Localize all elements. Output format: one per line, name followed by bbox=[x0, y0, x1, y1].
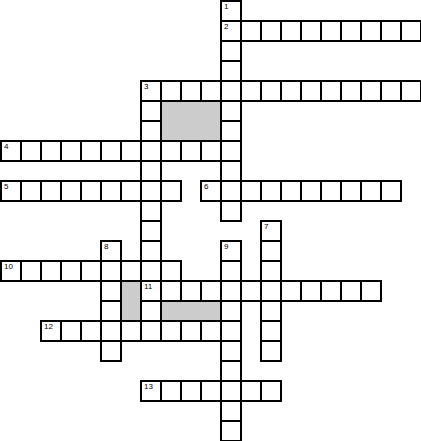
crossword-cell-r13-c2[interactable] bbox=[40, 260, 62, 282]
crossword-cell-r4-c11[interactable] bbox=[220, 80, 242, 102]
crossword-cell-r9-c19[interactable] bbox=[380, 180, 402, 202]
clue-number-10: 10 bbox=[4, 263, 13, 271]
clue-number-1: 1 bbox=[224, 3, 228, 11]
shaded-block-2 bbox=[120, 280, 142, 322]
crossword-cell-r1-c16[interactable] bbox=[320, 20, 342, 42]
crossword-cell-r21-c11[interactable] bbox=[220, 420, 242, 441]
crossword-cell-r4-c15[interactable] bbox=[300, 80, 322, 102]
crossword-cell-r13-c13[interactable] bbox=[260, 260, 282, 282]
crossword-cell-r9-c5[interactable] bbox=[100, 180, 122, 202]
crossword-cell-r6-c11[interactable] bbox=[220, 120, 242, 142]
crossword-cell-r19-c10[interactable] bbox=[200, 380, 222, 402]
crossword-cell-r1-c19[interactable] bbox=[380, 20, 402, 42]
crossword-cell-r14-c15[interactable] bbox=[300, 280, 322, 302]
crossword-cell-r7-c0[interactable]: 4 bbox=[0, 140, 22, 162]
crossword-cell-r14-c9[interactable] bbox=[180, 280, 202, 302]
crossword-cell-r14-c8[interactable] bbox=[160, 280, 182, 302]
crossword-cell-r13-c0[interactable]: 10 bbox=[0, 260, 22, 282]
crossword-cell-r9-c10[interactable]: 6 bbox=[200, 180, 222, 202]
clue-number-3: 3 bbox=[144, 83, 148, 91]
crossword-cell-r7-c7[interactable] bbox=[140, 140, 162, 162]
crossword-cell-r1-c18[interactable] bbox=[360, 20, 382, 42]
crossword-cell-r16-c11[interactable] bbox=[220, 320, 242, 342]
crossword-cell-r15-c7[interactable] bbox=[140, 300, 162, 322]
crossword-cell-r10-c11[interactable] bbox=[220, 200, 242, 222]
crossword-cell-r16-c5[interactable] bbox=[100, 320, 122, 342]
crossword-cell-r19-c13[interactable] bbox=[260, 380, 282, 402]
crossword-cell-r16-c13[interactable] bbox=[260, 320, 282, 342]
crossword-cell-r4-c18[interactable] bbox=[360, 80, 382, 102]
crossword-cell-r7-c1[interactable] bbox=[20, 140, 42, 162]
clue-number-13: 13 bbox=[144, 383, 153, 391]
crossword-cell-r13-c11[interactable] bbox=[220, 260, 242, 282]
crossword-cell-r4-c9[interactable] bbox=[180, 80, 202, 102]
crossword-cell-r1-c15[interactable] bbox=[300, 20, 322, 42]
clue-number-9: 9 bbox=[224, 243, 228, 251]
crossword-cell-r12-c11[interactable]: 9 bbox=[220, 240, 242, 262]
crossword-cell-r20-c11[interactable] bbox=[220, 400, 242, 422]
clue-number-12: 12 bbox=[44, 323, 53, 331]
crossword-cell-r16-c6[interactable] bbox=[120, 320, 142, 342]
crossword-cell-r14-c16[interactable] bbox=[320, 280, 342, 302]
crossword-cell-r1-c12[interactable] bbox=[240, 20, 262, 42]
crossword-cell-r1-c20[interactable] bbox=[400, 20, 421, 42]
crossword-cell-r14-c14[interactable] bbox=[280, 280, 302, 302]
clue-number-8: 8 bbox=[104, 243, 108, 251]
crossword-cell-r14-c10[interactable] bbox=[200, 280, 222, 302]
crossword-cell-r10-c7[interactable] bbox=[140, 200, 162, 222]
crossword-cell-r4-c14[interactable] bbox=[280, 80, 302, 102]
crossword-cell-r4-c7[interactable]: 3 bbox=[140, 80, 162, 102]
crossword-cell-r4-c16[interactable] bbox=[320, 80, 342, 102]
shaded-block-1 bbox=[160, 100, 222, 142]
crossword-cell-r11-c13[interactable]: 7 bbox=[260, 220, 282, 242]
crossword-cell-r9-c18[interactable] bbox=[360, 180, 382, 202]
clue-number-6: 6 bbox=[204, 183, 208, 191]
crossword-cell-r18-c11[interactable] bbox=[220, 360, 242, 382]
crossword-cell-r9-c7[interactable] bbox=[140, 180, 162, 202]
crossword-cell-r7-c9[interactable] bbox=[180, 140, 202, 162]
crossword-cell-r16-c8[interactable] bbox=[160, 320, 182, 342]
crossword-cell-r14-c17[interactable] bbox=[340, 280, 362, 302]
clue-number-7: 7 bbox=[264, 223, 268, 231]
crossword-cell-r14-c7[interactable]: 11 bbox=[140, 280, 162, 302]
crossword-cell-r19-c12[interactable] bbox=[240, 380, 262, 402]
crossword-cell-r15-c11[interactable] bbox=[220, 300, 242, 322]
crossword-cell-r8-c11[interactable] bbox=[220, 160, 242, 182]
crossword-cell-r9-c12[interactable] bbox=[240, 180, 262, 202]
crossword-cell-r13-c8[interactable] bbox=[160, 260, 182, 282]
crossword-grid: 12345678910111213 bbox=[0, 0, 421, 441]
crossword-cell-r17-c5[interactable] bbox=[100, 340, 122, 362]
crossword-cell-r16-c2[interactable]: 12 bbox=[40, 320, 62, 342]
crossword-cell-r7-c4[interactable] bbox=[80, 140, 102, 162]
clue-number-11: 11 bbox=[144, 283, 152, 291]
crossword-cell-r13-c7[interactable] bbox=[140, 260, 162, 282]
crossword-cell-r19-c9[interactable] bbox=[180, 380, 202, 402]
crossword-cell-r13-c3[interactable] bbox=[60, 260, 82, 282]
crossword-cell-r12-c5[interactable]: 8 bbox=[100, 240, 122, 262]
shaded-block-3 bbox=[160, 300, 222, 322]
crossword-cell-r16-c4[interactable] bbox=[80, 320, 102, 342]
crossword-cell-r9-c3[interactable] bbox=[60, 180, 82, 202]
crossword-cell-r7-c8[interactable] bbox=[160, 140, 182, 162]
crossword-cell-r16-c3[interactable] bbox=[60, 320, 82, 342]
clue-number-4: 4 bbox=[4, 143, 8, 151]
crossword-cell-r19-c11[interactable] bbox=[220, 380, 242, 402]
crossword-cell-r3-c11[interactable] bbox=[220, 60, 242, 82]
crossword-cell-r4-c12[interactable] bbox=[240, 80, 262, 102]
crossword-cell-r4-c19[interactable] bbox=[380, 80, 402, 102]
crossword-cell-r14-c11[interactable] bbox=[220, 280, 242, 302]
crossword-cell-r1-c11[interactable]: 2 bbox=[220, 20, 242, 42]
crossword-cell-r4-c17[interactable] bbox=[340, 80, 362, 102]
crossword-cell-r13-c5[interactable] bbox=[100, 260, 122, 282]
crossword-cell-r9-c14[interactable] bbox=[280, 180, 302, 202]
crossword-cell-r17-c13[interactable] bbox=[260, 340, 282, 362]
crossword-cell-r9-c0[interactable]: 5 bbox=[0, 180, 22, 202]
crossword-cell-r12-c7[interactable] bbox=[140, 240, 162, 262]
crossword-cell-r4-c8[interactable] bbox=[160, 80, 182, 102]
crossword-cell-r7-c11[interactable] bbox=[220, 140, 242, 162]
crossword-cell-r5-c11[interactable] bbox=[220, 100, 242, 122]
crossword-cell-r14-c13[interactable] bbox=[260, 280, 282, 302]
crossword-cell-r9-c8[interactable] bbox=[160, 180, 182, 202]
crossword-cell-r15-c13[interactable] bbox=[260, 300, 282, 322]
crossword-cell-r13-c4[interactable] bbox=[80, 260, 102, 282]
crossword-cell-r13-c1[interactable] bbox=[20, 260, 42, 282]
crossword-cell-r9-c11[interactable] bbox=[220, 180, 242, 202]
crossword-cell-r9-c2[interactable] bbox=[40, 180, 62, 202]
crossword-cell-r7-c3[interactable] bbox=[60, 140, 82, 162]
crossword-cell-r16-c7[interactable] bbox=[140, 320, 162, 342]
crossword-cell-r7-c2[interactable] bbox=[40, 140, 62, 162]
crossword-cell-r14-c5[interactable] bbox=[100, 280, 122, 302]
crossword-cell-r9-c4[interactable] bbox=[80, 180, 102, 202]
crossword-cell-r4-c10[interactable] bbox=[200, 80, 222, 102]
crossword-cell-r6-c7[interactable] bbox=[140, 120, 162, 142]
crossword-cell-r9-c17[interactable] bbox=[340, 180, 362, 202]
crossword-cell-r2-c11[interactable] bbox=[220, 40, 242, 62]
clue-number-5: 5 bbox=[4, 183, 8, 191]
crossword-cell-r16-c10[interactable] bbox=[200, 320, 222, 342]
crossword-cell-r12-c13[interactable] bbox=[260, 240, 282, 262]
crossword-cell-r14-c12[interactable] bbox=[240, 280, 262, 302]
crossword-cell-r11-c7[interactable] bbox=[140, 220, 162, 242]
crossword-cell-r9-c16[interactable] bbox=[320, 180, 342, 202]
crossword-cell-r1-c14[interactable] bbox=[280, 20, 302, 42]
clue-number-2: 2 bbox=[224, 23, 228, 31]
crossword-cell-r13-c6[interactable] bbox=[120, 260, 142, 282]
crossword-cell-r1-c17[interactable] bbox=[340, 20, 362, 42]
crossword-cell-r9-c6[interactable] bbox=[120, 180, 142, 202]
crossword-cell-r16-c9[interactable] bbox=[180, 320, 202, 342]
crossword-cell-r17-c11[interactable] bbox=[220, 340, 242, 362]
crossword-cell-r7-c5[interactable] bbox=[100, 140, 122, 162]
crossword-cell-r5-c7[interactable] bbox=[140, 100, 162, 122]
crossword-cell-r7-c10[interactable] bbox=[200, 140, 222, 162]
crossword-cell-r14-c18[interactable] bbox=[360, 280, 382, 302]
crossword-cell-r4-c13[interactable] bbox=[260, 80, 282, 102]
crossword-cell-r15-c5[interactable] bbox=[100, 300, 122, 322]
crossword-cell-r7-c6[interactable] bbox=[120, 140, 142, 162]
crossword-cell-r19-c8[interactable] bbox=[160, 380, 182, 402]
crossword-cell-r4-c20[interactable] bbox=[400, 80, 421, 102]
crossword-cell-r0-c11[interactable]: 1 bbox=[220, 0, 242, 22]
crossword-cell-r9-c15[interactable] bbox=[300, 180, 322, 202]
crossword-cell-r1-c13[interactable] bbox=[260, 20, 282, 42]
crossword-cell-r8-c7[interactable] bbox=[140, 160, 162, 182]
crossword-cell-r9-c1[interactable] bbox=[20, 180, 42, 202]
crossword-cell-r19-c7[interactable]: 13 bbox=[140, 380, 162, 402]
crossword-cell-r9-c13[interactable] bbox=[260, 180, 282, 202]
